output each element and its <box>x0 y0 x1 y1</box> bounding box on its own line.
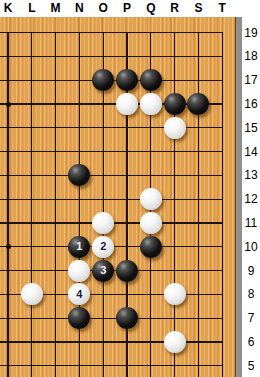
row-label-8: 8 <box>242 287 260 301</box>
stone-black-q17[interactable] <box>140 69 162 91</box>
grid-line-row-6 <box>0 341 223 342</box>
grid-line-row-15 <box>0 127 223 128</box>
grid-line-col-t <box>222 33 223 377</box>
stone-black-r16[interactable] <box>164 93 186 115</box>
go-diagram: KLMNOPQRST19181716151413121110987651234 <box>0 0 260 377</box>
stone-black-p9[interactable] <box>116 260 138 282</box>
stone-white-q12[interactable] <box>140 188 162 210</box>
grid-line-col-l <box>31 33 32 377</box>
grid-line-row-12 <box>0 199 223 200</box>
stone-white-q16[interactable] <box>140 93 162 115</box>
stone-white-n8[interactable]: 4 <box>68 283 90 305</box>
stone-white-o10[interactable]: 2 <box>92 236 114 258</box>
col-label-o: O <box>99 1 108 16</box>
move-number-1: 1 <box>76 241 82 252</box>
stone-white-r15[interactable] <box>164 117 186 139</box>
col-label-r: R <box>170 1 179 16</box>
grid-line-row-14 <box>0 151 223 152</box>
stone-white-l8[interactable] <box>21 283 43 305</box>
row-label-13: 13 <box>242 168 260 182</box>
board-overlay: KLMNOPQRST19181716151413121110987651234 <box>0 0 260 377</box>
grid-line-col-m <box>55 33 56 377</box>
row-label-11: 11 <box>242 216 260 230</box>
row-label-12: 12 <box>242 192 260 206</box>
stone-black-q10[interactable] <box>140 236 162 258</box>
stone-white-p16[interactable] <box>116 93 138 115</box>
move-number-2: 2 <box>100 241 106 252</box>
stone-white-r6[interactable] <box>164 331 186 353</box>
row-label-9: 9 <box>242 264 260 278</box>
row-label-7: 7 <box>242 311 260 325</box>
stone-white-q11[interactable] <box>140 212 162 234</box>
col-label-l: L <box>28 1 35 16</box>
stone-white-n9[interactable] <box>68 260 90 282</box>
col-label-q: Q <box>146 1 155 16</box>
hoshi-k10 <box>6 244 11 249</box>
row-label-14: 14 <box>242 145 260 159</box>
stone-black-o17[interactable] <box>92 69 114 91</box>
grid-line-row-18 <box>0 56 223 57</box>
col-label-k: K <box>4 1 13 16</box>
row-label-17: 17 <box>242 73 260 87</box>
grid-line-row-5 <box>0 365 223 366</box>
stone-black-p17[interactable] <box>116 69 138 91</box>
row-label-5: 5 <box>242 359 260 373</box>
move-number-4: 4 <box>76 289 82 300</box>
stone-white-r8[interactable] <box>164 283 186 305</box>
grid-line-row-7 <box>0 318 223 319</box>
move-number-3: 3 <box>100 265 106 276</box>
col-label-t: T <box>219 1 226 16</box>
row-label-10: 10 <box>242 240 260 254</box>
grid-line-col-r <box>174 33 175 377</box>
hoshi-k16 <box>6 102 11 107</box>
grid-line-row-13 <box>0 175 223 176</box>
stone-black-o9[interactable]: 3 <box>92 260 114 282</box>
grid-line-col-k <box>7 33 8 377</box>
stone-black-n7[interactable] <box>68 307 90 329</box>
col-label-s: S <box>194 1 202 16</box>
stone-black-n13[interactable] <box>68 164 90 186</box>
col-label-n: N <box>75 1 84 16</box>
col-label-p: P <box>123 1 131 16</box>
stone-black-n10[interactable]: 1 <box>68 236 90 258</box>
stone-black-s16[interactable] <box>187 93 209 115</box>
stone-black-p7[interactable] <box>116 307 138 329</box>
grid-line-row-19 <box>0 32 223 33</box>
row-label-18: 18 <box>242 49 260 63</box>
row-label-19: 19 <box>242 26 260 40</box>
grid-line-col-s <box>198 33 199 377</box>
stone-white-o11[interactable] <box>92 212 114 234</box>
row-label-16: 16 <box>242 97 260 111</box>
row-label-15: 15 <box>242 121 260 135</box>
row-label-6: 6 <box>242 335 260 349</box>
col-label-m: M <box>51 1 61 16</box>
